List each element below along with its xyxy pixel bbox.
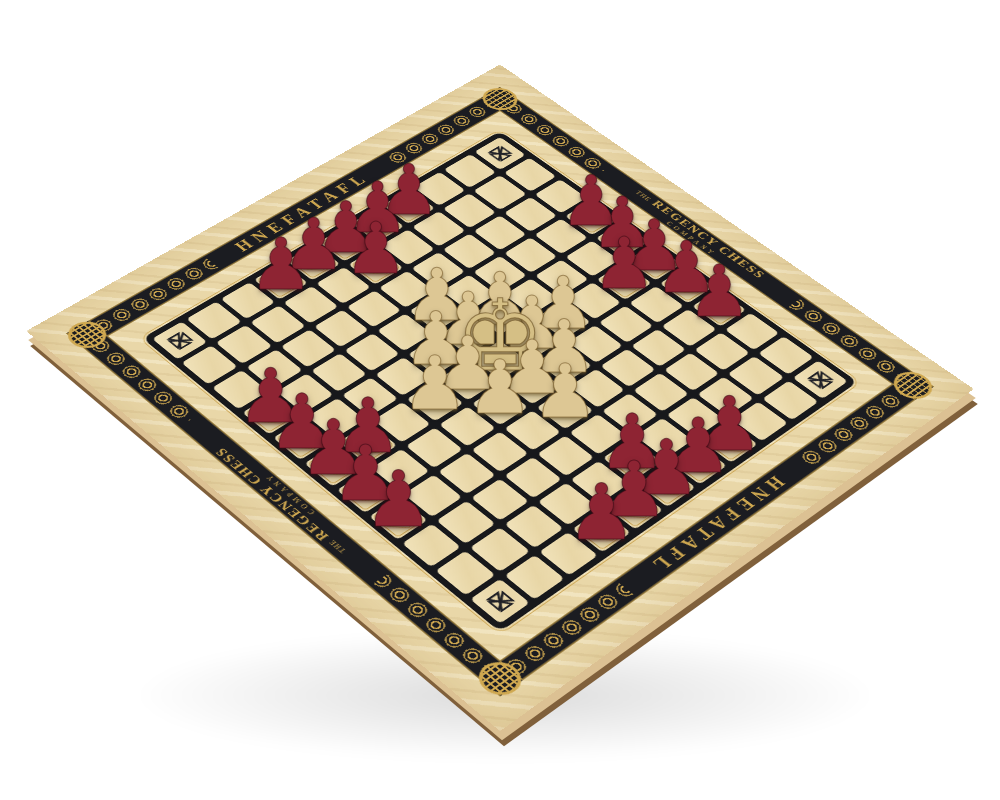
attacker-piece[interactable]: ♟	[249, 232, 313, 296]
defender-piece[interactable]: ♟	[402, 350, 469, 417]
pieces-layer: ♟♟♟♟♟♟♟♟♟♟♟♟♟♟♟♟♟♟♚♟♟♟♟♟♟♟♟♟♟♟♟♟♟♟♟♟♟	[0, 0, 1000, 800]
attacker-piece[interactable]: ♟	[567, 478, 636, 548]
defender-piece[interactable]: ♟	[532, 358, 599, 425]
hnefatafl-board-scene: HNEFATAFL HNEFATAFL THE REGENCY CHESS CO…	[0, 0, 1000, 800]
attacker-piece[interactable]: ♟	[687, 259, 751, 323]
attacker-piece[interactable]: ♟	[592, 233, 656, 297]
attacker-piece[interactable]: ♟	[344, 218, 408, 282]
attacker-piece[interactable]: ♟	[364, 465, 433, 535]
defender-piece[interactable]: ♟	[467, 354, 534, 421]
